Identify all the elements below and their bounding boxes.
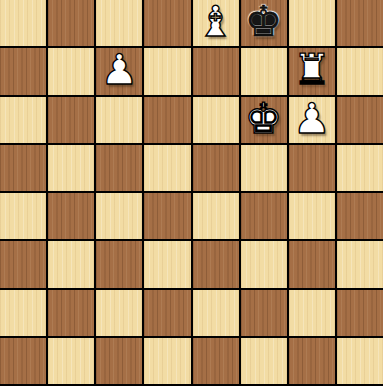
square-c4[interactable]: [96, 193, 142, 239]
square-g2[interactable]: [289, 290, 335, 336]
square-h3[interactable]: [337, 241, 383, 287]
square-e7[interactable]: [193, 48, 239, 94]
white-bishop-e8[interactable]: ♝: [197, 1, 235, 43]
square-a1[interactable]: [0, 338, 46, 384]
square-f3[interactable]: [241, 241, 287, 287]
square-a5[interactable]: [0, 145, 46, 191]
square-e6[interactable]: [193, 97, 239, 143]
square-c2[interactable]: [96, 290, 142, 336]
chess-board: ♝♚♟♜♚♟: [0, 0, 383, 386]
square-g1[interactable]: [289, 338, 335, 384]
square-a8[interactable]: [0, 0, 46, 46]
square-b7[interactable]: [48, 48, 94, 94]
square-b6[interactable]: [48, 97, 94, 143]
square-c3[interactable]: [96, 241, 142, 287]
square-f7[interactable]: [241, 48, 287, 94]
square-a2[interactable]: [0, 290, 46, 336]
square-e2[interactable]: [193, 290, 239, 336]
square-h2[interactable]: [337, 290, 383, 336]
square-g4[interactable]: [289, 193, 335, 239]
square-f6[interactable]: ♚: [241, 97, 287, 143]
square-a4[interactable]: [0, 193, 46, 239]
white-rook-g7[interactable]: ♜: [293, 49, 331, 91]
square-d5[interactable]: [144, 145, 190, 191]
square-e8[interactable]: ♝: [193, 0, 239, 46]
black-king-f8[interactable]: ♚: [245, 1, 283, 43]
square-e4[interactable]: [193, 193, 239, 239]
square-c5[interactable]: [96, 145, 142, 191]
square-a3[interactable]: [0, 241, 46, 287]
square-b4[interactable]: [48, 193, 94, 239]
square-c8[interactable]: [96, 0, 142, 46]
square-g7[interactable]: ♜: [289, 48, 335, 94]
square-h1[interactable]: [337, 338, 383, 384]
square-f8[interactable]: ♚: [241, 0, 287, 46]
square-a6[interactable]: [0, 97, 46, 143]
square-d4[interactable]: [144, 193, 190, 239]
square-f2[interactable]: [241, 290, 287, 336]
square-h8[interactable]: [337, 0, 383, 46]
square-f1[interactable]: [241, 338, 287, 384]
white-king-f6[interactable]: ♚: [245, 98, 283, 140]
square-a7[interactable]: [0, 48, 46, 94]
square-f5[interactable]: [241, 145, 287, 191]
square-h5[interactable]: [337, 145, 383, 191]
square-d7[interactable]: [144, 48, 190, 94]
square-e5[interactable]: [193, 145, 239, 191]
square-c7[interactable]: ♟: [96, 48, 142, 94]
square-h6[interactable]: [337, 97, 383, 143]
square-b5[interactable]: [48, 145, 94, 191]
square-g8[interactable]: [289, 0, 335, 46]
square-f4[interactable]: [241, 193, 287, 239]
square-e3[interactable]: [193, 241, 239, 287]
square-d8[interactable]: [144, 0, 190, 46]
square-b8[interactable]: [48, 0, 94, 46]
white-pawn-g6[interactable]: ♟: [293, 98, 331, 140]
square-d1[interactable]: [144, 338, 190, 384]
square-c1[interactable]: [96, 338, 142, 384]
square-h4[interactable]: [337, 193, 383, 239]
square-c6[interactable]: [96, 97, 142, 143]
square-d6[interactable]: [144, 97, 190, 143]
square-g5[interactable]: [289, 145, 335, 191]
square-g6[interactable]: ♟: [289, 97, 335, 143]
white-pawn-c7[interactable]: ♟: [100, 49, 138, 91]
square-b1[interactable]: [48, 338, 94, 384]
square-b3[interactable]: [48, 241, 94, 287]
square-d3[interactable]: [144, 241, 190, 287]
square-g3[interactable]: [289, 241, 335, 287]
square-h7[interactable]: [337, 48, 383, 94]
square-e1[interactable]: [193, 338, 239, 384]
square-d2[interactable]: [144, 290, 190, 336]
square-b2[interactable]: [48, 290, 94, 336]
